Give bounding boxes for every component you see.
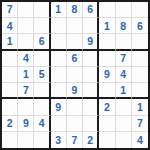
cell-r9c1[interactable] bbox=[2, 132, 18, 148]
cell-r3c6[interactable]: 9 bbox=[83, 34, 99, 50]
cell-r8c7[interactable] bbox=[99, 116, 115, 132]
cell-r8c9[interactable]: 7 bbox=[132, 116, 148, 132]
cell-r4c2[interactable]: 4 bbox=[18, 51, 34, 67]
cell-r8c2[interactable]: 9 bbox=[18, 116, 34, 132]
cell-r2c6[interactable] bbox=[83, 18, 99, 34]
cell-r6c5[interactable]: 9 bbox=[67, 83, 83, 99]
cell-r5c2[interactable]: 1 bbox=[18, 67, 34, 83]
cell-r2c4[interactable] bbox=[51, 18, 67, 34]
cell-r1c2[interactable] bbox=[18, 2, 34, 18]
cell-r9c7[interactable] bbox=[99, 132, 115, 148]
cell-r7c3[interactable] bbox=[34, 99, 50, 115]
cell-r3c2[interactable] bbox=[18, 34, 34, 50]
cell-r3c1[interactable]: 1 bbox=[2, 34, 18, 50]
cell-r1c1[interactable]: 7 bbox=[2, 2, 18, 18]
cell-r9c5[interactable]: 7 bbox=[67, 132, 83, 148]
cell-r6c4[interactable] bbox=[51, 83, 67, 99]
cell-r5c8[interactable]: 4 bbox=[116, 67, 132, 83]
cell-r3c5[interactable] bbox=[67, 34, 83, 50]
cell-r7c7[interactable]: 2 bbox=[99, 99, 115, 115]
cell-r8c1[interactable]: 2 bbox=[2, 116, 18, 132]
cell-r8c4[interactable] bbox=[51, 116, 67, 132]
cell-r5c1[interactable] bbox=[2, 67, 18, 83]
cell-r2c1[interactable]: 4 bbox=[2, 18, 18, 34]
cell-r4c5[interactable]: 6 bbox=[67, 51, 83, 67]
cell-r2c7[interactable]: 1 bbox=[99, 18, 115, 34]
cell-r7c2[interactable] bbox=[18, 99, 34, 115]
cell-r4c1[interactable] bbox=[2, 51, 18, 67]
cell-r5c5[interactable] bbox=[67, 67, 83, 83]
cell-r5c9[interactable] bbox=[132, 67, 148, 83]
cell-r4c3[interactable] bbox=[34, 51, 50, 67]
cell-r9c2[interactable] bbox=[18, 132, 34, 148]
cell-r1c4[interactable]: 1 bbox=[51, 2, 67, 18]
cell-r6c9[interactable] bbox=[132, 83, 148, 99]
cell-r1c7[interactable] bbox=[99, 2, 115, 18]
cell-r1c9[interactable] bbox=[132, 2, 148, 18]
cell-r2c5[interactable] bbox=[67, 18, 83, 34]
cell-r1c3[interactable] bbox=[34, 2, 50, 18]
cell-r6c2[interactable]: 7 bbox=[18, 83, 34, 99]
cell-r6c6[interactable] bbox=[83, 83, 99, 99]
cell-r4c6[interactable] bbox=[83, 51, 99, 67]
cell-r3c7[interactable] bbox=[99, 34, 115, 50]
cell-r1c6[interactable]: 6 bbox=[83, 2, 99, 18]
cell-r3c9[interactable] bbox=[132, 34, 148, 50]
cell-r2c8[interactable]: 8 bbox=[116, 18, 132, 34]
cell-r6c7[interactable] bbox=[99, 83, 115, 99]
cell-r3c8[interactable] bbox=[116, 34, 132, 50]
cell-r8c6[interactable] bbox=[83, 116, 99, 132]
cell-r9c4[interactable]: 3 bbox=[51, 132, 67, 148]
cell-r1c5[interactable]: 8 bbox=[67, 2, 83, 18]
cell-r7c6[interactable] bbox=[83, 99, 99, 115]
cell-r5c3[interactable]: 5 bbox=[34, 67, 50, 83]
cell-r7c1[interactable] bbox=[2, 99, 18, 115]
cell-r7c4[interactable]: 9 bbox=[51, 99, 67, 115]
cell-r6c8[interactable]: 1 bbox=[116, 83, 132, 99]
cell-r7c5[interactable] bbox=[67, 99, 83, 115]
cell-r9c3[interactable] bbox=[34, 132, 50, 148]
cell-r9c8[interactable] bbox=[116, 132, 132, 148]
cell-r2c2[interactable] bbox=[18, 18, 34, 34]
cell-r8c8[interactable] bbox=[116, 116, 132, 132]
cell-r7c9[interactable]: 1 bbox=[132, 99, 148, 115]
sudoku-board: 71864186169467159479192129473724 bbox=[0, 0, 150, 150]
cell-r4c4[interactable] bbox=[51, 51, 67, 67]
cell-r3c3[interactable]: 6 bbox=[34, 34, 50, 50]
cell-r4c9[interactable] bbox=[132, 51, 148, 67]
cell-r9c9[interactable]: 4 bbox=[132, 132, 148, 148]
cell-r4c7[interactable] bbox=[99, 51, 115, 67]
cell-r1c8[interactable] bbox=[116, 2, 132, 18]
cell-r8c3[interactable]: 4 bbox=[34, 116, 50, 132]
cell-r5c6[interactable] bbox=[83, 67, 99, 83]
cell-r4c8[interactable]: 7 bbox=[116, 51, 132, 67]
cell-r7c8[interactable] bbox=[116, 99, 132, 115]
cell-r8c5[interactable] bbox=[67, 116, 83, 132]
cell-r6c1[interactable] bbox=[2, 83, 18, 99]
cell-r5c7[interactable]: 9 bbox=[99, 67, 115, 83]
cell-r5c4[interactable] bbox=[51, 67, 67, 83]
cell-r6c3[interactable] bbox=[34, 83, 50, 99]
cell-r9c6[interactable]: 2 bbox=[83, 132, 99, 148]
cell-r3c4[interactable] bbox=[51, 34, 67, 50]
cell-r2c9[interactable]: 6 bbox=[132, 18, 148, 34]
cell-r2c3[interactable] bbox=[34, 18, 50, 34]
